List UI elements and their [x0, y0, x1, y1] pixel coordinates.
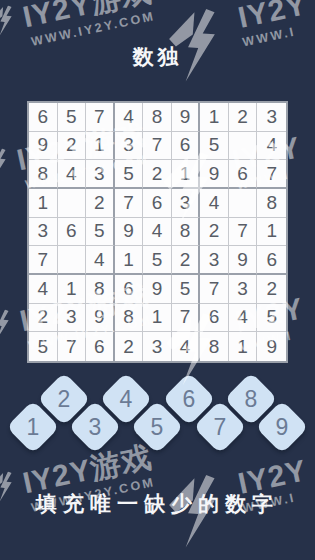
- sudoku-cell-r4c5: 6: [143, 189, 172, 218]
- sudoku-cell-r2c8[interactable]: [229, 132, 258, 161]
- sudoku-cell-r6c5: 5: [143, 246, 172, 275]
- sudoku-cell-r8c9: 5: [257, 304, 286, 333]
- sudoku-cell-r7c9: 2: [257, 275, 286, 304]
- sudoku-cell-r9c3: 6: [86, 332, 115, 361]
- instruction-text: 填充唯一缺少的数字: [0, 490, 315, 518]
- sudoku-cell-r2c9: 4: [257, 132, 286, 161]
- tile-digit: 3: [76, 408, 114, 446]
- sudoku-cell-r3c9: 7: [257, 160, 286, 189]
- sudoku-cell-r9c8: 1: [229, 332, 258, 361]
- sudoku-cell-r9c1: 5: [29, 332, 58, 361]
- sudoku-cell-r7c2: 1: [58, 275, 87, 304]
- sudoku-cell-r8c8: 4: [229, 304, 258, 333]
- sudoku-cell-r7c6: 5: [172, 275, 201, 304]
- sudoku-cell-r7c8: 3: [229, 275, 258, 304]
- sudoku-cell-r5c7: 2: [200, 218, 229, 247]
- tile-digit: 5: [138, 408, 176, 446]
- tile-digit: 9: [263, 408, 301, 446]
- sudoku-cell-r4c3: 2: [86, 189, 115, 218]
- sudoku-cell-r9c7: 8: [200, 332, 229, 361]
- sudoku-cell-r5c3: 5: [86, 218, 115, 247]
- sudoku-cell-r8c2: 3: [58, 304, 87, 333]
- sudoku-cell-r3c5: 2: [143, 160, 172, 189]
- sudoku-cell-r1c3: 7: [86, 103, 115, 132]
- sudoku-cell-r3c8: 6: [229, 160, 258, 189]
- sudoku-cell-r4c4: 7: [115, 189, 144, 218]
- sudoku-cell-r4c2[interactable]: [58, 189, 87, 218]
- sudoku-cell-r3c1: 8: [29, 160, 58, 189]
- watermark-site-name: IY2Y游戏: [19, 0, 156, 38]
- sudoku-cell-r6c6: 2: [172, 246, 201, 275]
- sudoku-cell-r4c7: 4: [200, 189, 229, 218]
- sudoku-cell-r8c3: 9: [86, 304, 115, 333]
- sudoku-cell-r5c4: 9: [115, 218, 144, 247]
- sudoku-cell-r5c2: 6: [58, 218, 87, 247]
- sudoku-cell-r6c8: 9: [229, 246, 258, 275]
- sudoku-cell-r8c5: 1: [143, 304, 172, 333]
- page-title: 数独: [0, 43, 315, 71]
- sudoku-cell-r5c1: 3: [29, 218, 58, 247]
- sudoku-cell-r5c6: 8: [172, 218, 201, 247]
- sudoku-cell-r2c1: 9: [29, 132, 58, 161]
- number-tile-1[interactable]: 1: [6, 400, 60, 454]
- number-tile-3[interactable]: 3: [68, 400, 122, 454]
- sudoku-cell-r3c2: 4: [58, 160, 87, 189]
- sudoku-cell-r1c2: 5: [58, 103, 87, 132]
- sudoku-cell-r4c9: 8: [257, 189, 286, 218]
- sudoku-cell-r7c1: 4: [29, 275, 58, 304]
- sudoku-cell-r5c9: 1: [257, 218, 286, 247]
- sudoku-cell-r2c2: 2: [58, 132, 87, 161]
- sudoku-board: 6574891239213765484352196712763483659482…: [27, 101, 288, 363]
- sudoku-cell-r1c1: 6: [29, 103, 58, 132]
- watermark-brand: IY2Y: [235, 0, 310, 35]
- sudoku-cell-r6c4: 1: [115, 246, 144, 275]
- sudoku-cell-r6c9: 6: [257, 246, 286, 275]
- sudoku-cell-r4c8[interactable]: [229, 189, 258, 218]
- sudoku-cell-r5c5: 4: [143, 218, 172, 247]
- sudoku-cell-r1c9: 3: [257, 103, 286, 132]
- sudoku-cell-r9c6: 4: [172, 332, 201, 361]
- sudoku-cell-r7c5: 9: [143, 275, 172, 304]
- sudoku-cell-r6c2[interactable]: [58, 246, 87, 275]
- sudoku-cell-r9c4: 2: [115, 332, 144, 361]
- sudoku-cell-r6c3: 4: [86, 246, 115, 275]
- sudoku-cell-r2c7: 5: [200, 132, 229, 161]
- sudoku-cell-r4c6: 3: [172, 189, 201, 218]
- sudoku-cell-r8c6: 7: [172, 304, 201, 333]
- sudoku-cell-r1c6: 9: [172, 103, 201, 132]
- tile-digit: 1: [14, 408, 52, 446]
- tile-digit: 7: [201, 408, 239, 446]
- sudoku-cell-r1c8: 2: [229, 103, 258, 132]
- app-screen: IY2Y游戏WWW.IY2Y.COMIY2YWWW.IIY2Y游戏WWW.IY2…: [0, 0, 315, 560]
- sudoku-cell-r1c5: 8: [143, 103, 172, 132]
- watermark-bolt-icon: [0, 148, 14, 181]
- sudoku-cell-r3c7: 9: [200, 160, 229, 189]
- sudoku-cell-r3c4: 5: [115, 160, 144, 189]
- sudoku-cell-r7c3: 8: [86, 275, 115, 304]
- sudoku-cell-r8c1: 2: [29, 304, 58, 333]
- number-tile-7[interactable]: 7: [193, 400, 247, 454]
- sudoku-cell-r2c4: 3: [115, 132, 144, 161]
- sudoku-cell-r2c6: 6: [172, 132, 201, 161]
- sudoku-cell-r7c7: 7: [200, 275, 229, 304]
- sudoku-cell-r7c4: 6: [115, 275, 144, 304]
- sudoku-cell-r9c2: 7: [58, 332, 87, 361]
- sudoku-cell-r8c7: 6: [200, 304, 229, 333]
- sudoku-cell-r2c3: 1: [86, 132, 115, 161]
- sudoku-cell-r2c5: 7: [143, 132, 172, 161]
- sudoku-cell-r6c7: 3: [200, 246, 229, 275]
- sudoku-cell-r9c5: 3: [143, 332, 172, 361]
- sudoku-cell-r9c9: 9: [257, 332, 286, 361]
- watermark-bolt-icon: [0, 5, 20, 38]
- sudoku-cell-r3c6: 1: [172, 160, 201, 189]
- sudoku-cell-r8c4: 8: [115, 304, 144, 333]
- sudoku-cell-r3c3: 3: [86, 160, 115, 189]
- sudoku-cell-r1c4: 4: [115, 103, 144, 132]
- sudoku-cell-r6c1: 7: [29, 246, 58, 275]
- sudoku-cell-r4c1: 1: [29, 189, 58, 218]
- number-tile-9[interactable]: 9: [255, 400, 309, 454]
- sudoku-cell-r5c8: 7: [229, 218, 258, 247]
- watermark-bolt-icon: [0, 309, 17, 342]
- sudoku-cell-r1c7: 1: [200, 103, 229, 132]
